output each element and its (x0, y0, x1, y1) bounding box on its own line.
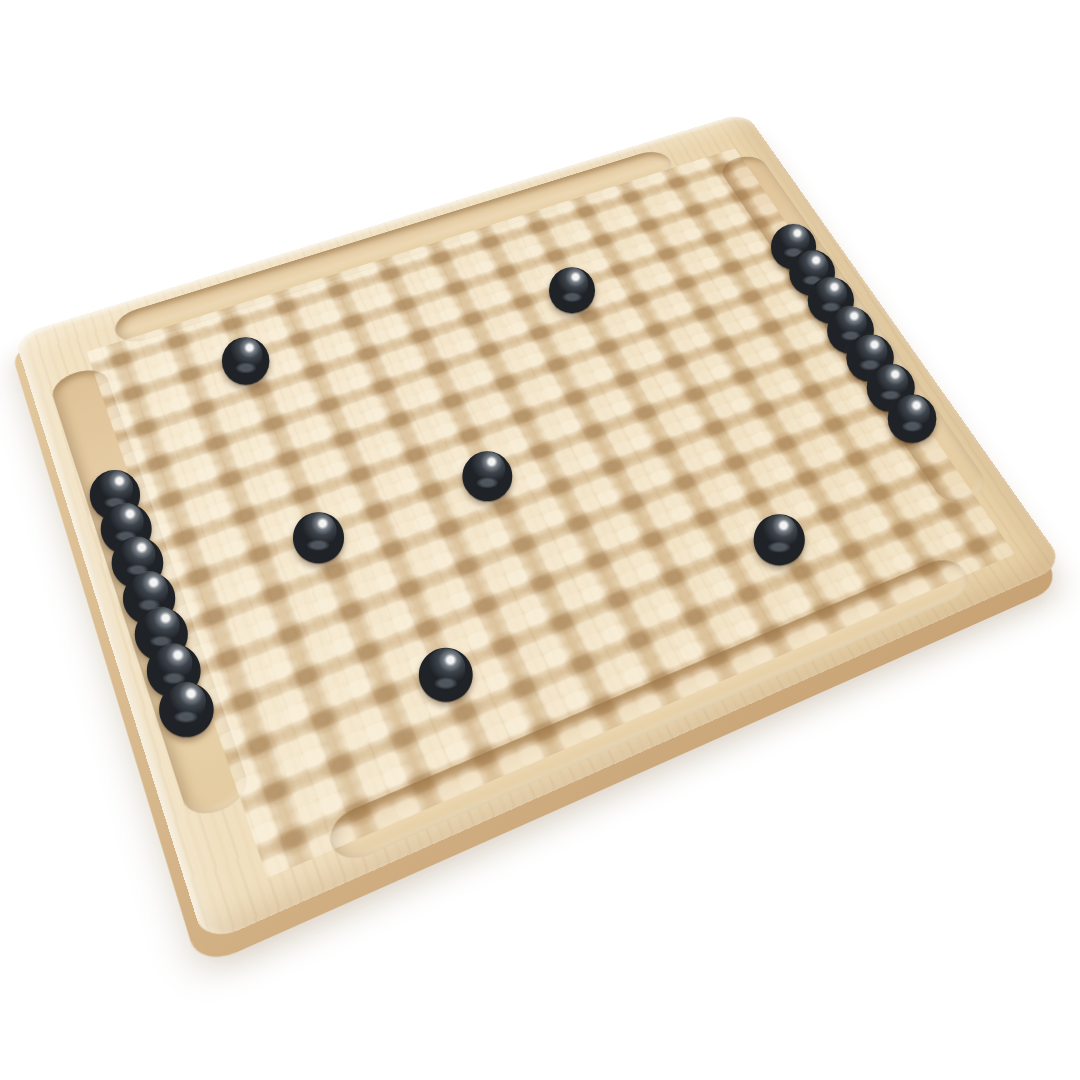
black-marble[interactable]: ● (549, 263, 595, 309)
product-photo-scene: { "game": "gomoku-marble-board", "descri… (0, 0, 1080, 1080)
black-marble[interactable]: ● (754, 509, 805, 560)
game-board (14, 112, 1065, 945)
black-marble[interactable]: ● (463, 446, 512, 495)
tray-marble-black[interactable]: ● (888, 390, 936, 438)
black-marble[interactable]: ● (419, 643, 472, 696)
black-marble[interactable]: ● (222, 333, 269, 380)
black-marble[interactable]: ● (293, 507, 344, 558)
tray-marble-black[interactable]: ● (159, 676, 213, 730)
